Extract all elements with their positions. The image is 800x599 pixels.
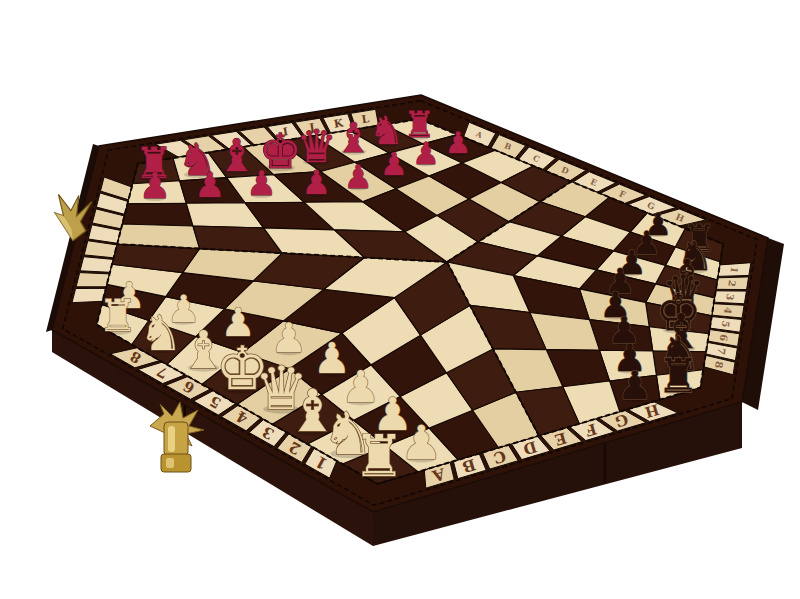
red-pawn[interactable]: ♟ [412, 136, 439, 171]
coordinate-cell [76, 273, 110, 287]
red-pawn[interactable]: ♟ [445, 125, 472, 160]
red-pawn[interactable]: ♟ [246, 163, 276, 203]
white-knight[interactable]: ♞ [139, 305, 182, 361]
red-pawn[interactable]: ♟ [301, 163, 331, 202]
red-pawn[interactable]: ♟ [380, 146, 408, 182]
coordinate-cell [80, 257, 113, 273]
red-pawn[interactable]: ♟ [344, 158, 373, 196]
square-red-02[interactable] [122, 203, 193, 226]
red-pawn[interactable]: ♟ [194, 165, 225, 205]
three-player-chess-board: ABCDEFGH12345678HGFEDCBA12345678IJKL♜♞♝♟… [0, 0, 800, 599]
black-rook[interactable]: ♜ [657, 349, 699, 403]
red-bishop[interactable]: ♝ [335, 114, 372, 162]
black-pawn[interactable]: ♟ [617, 363, 652, 408]
red-pawn[interactable]: ♟ [139, 165, 171, 206]
white-rook[interactable]: ♜ [98, 290, 138, 341]
white-rook[interactable]: ♜ [353, 423, 405, 490]
square-red-03[interactable] [117, 224, 199, 249]
photo-canvas: ABCDEFGH12345678HGFEDCBA12345678IJKL♜♞♝♟… [0, 0, 800, 599]
white-pawn[interactable]: ♟ [400, 415, 442, 470]
